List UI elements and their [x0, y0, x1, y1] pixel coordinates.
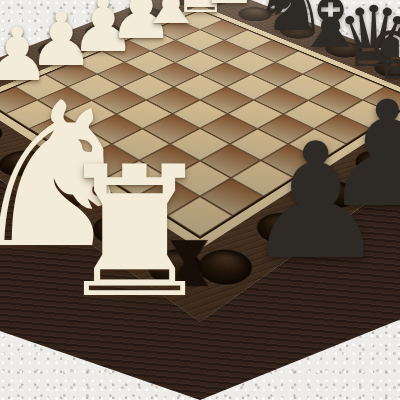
pieces-layer: ♟ ♟ ♟ ♟ ♝ ♛ ♚ ♞ ♝ ♛ ♚ ♞ ♜ ♟ ♟	[0, 0, 400, 400]
chessboard-photo-scene: ♟ ♟ ♟ ♟ ♝ ♛ ♚ ♞ ♝ ♛ ♚ ♞ ♜ ♟ ♟	[0, 0, 400, 400]
black-pawn-1[interactable]: ♟	[244, 122, 387, 282]
white-rook[interactable]: ♜	[54, 143, 215, 323]
